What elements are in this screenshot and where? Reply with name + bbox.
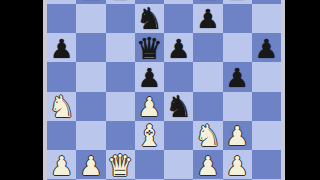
square-d5: ♟ [135,62,164,91]
square-f5 [193,62,222,91]
square-h5 [252,62,281,91]
square-e4: ♞ [164,92,193,121]
square-f8: ♜ [193,0,222,4]
square-b8: ♜ [76,0,105,4]
square-b5 [76,62,105,91]
square-g6 [223,33,252,62]
board-frame: ♜♝♜♚♞♟♟♛♟♟♟♟♞♟♞♝♞♟♟♟♛♟♟ [43,0,285,180]
square-b2: ♟ [76,150,105,179]
chess-board: ♜♝♜♚♞♟♟♛♟♟♟♟♞♟♞♝♞♟♟♟♛♟♟ [47,0,281,180]
square-d2 [135,150,164,179]
square-a7 [47,4,76,33]
black-pawn-e6: ♟ [167,36,190,62]
square-g7 [223,4,252,33]
square-e1 [164,179,193,180]
square-a3 [47,121,76,150]
square-g8: ♚ [223,0,252,4]
square-c3 [106,121,135,150]
white-queen-c2: ♛ [107,151,134,180]
square-a5 [47,62,76,91]
white-pawn-b2: ♟ [79,153,102,179]
white-pawn-g2: ♟ [225,153,248,179]
square-f6 [193,33,222,62]
black-rook-b8: ♜ [77,0,104,5]
square-d1 [135,179,164,180]
square-g2: ♟ [223,150,252,179]
square-c7 [106,4,135,33]
square-f3: ♞ [193,121,222,150]
black-pawn-a6: ♟ [50,36,73,62]
square-b7 [76,4,105,33]
square-h4 [252,92,281,121]
square-h6: ♟ [252,33,281,62]
square-c5 [106,62,135,91]
square-b6 [76,33,105,62]
square-c8: ♝ [106,0,135,4]
white-knight-f3: ♞ [194,121,221,151]
square-e2 [164,150,193,179]
white-pawn-f2: ♟ [196,153,219,179]
square-h7 [252,4,281,33]
video-frame: ♜♝♜♚♞♟♟♛♟♟♟♟♞♟♞♝♞♟♟♟♛♟♟ [0,0,320,180]
black-queen-d6: ♛ [136,34,163,64]
square-e5 [164,62,193,91]
white-pawn-a2: ♟ [50,153,73,179]
square-a4: ♞ [47,92,76,121]
black-pawn-f7: ♟ [196,6,219,32]
white-pawn-d4: ♟ [138,94,161,120]
square-f7: ♟ [193,4,222,33]
square-d3: ♝ [135,121,164,150]
square-h2 [252,150,281,179]
square-e3 [164,121,193,150]
black-king-g8: ♚ [224,0,251,5]
square-e7 [164,4,193,33]
black-bishop-c8: ♝ [107,0,134,5]
white-bishop-d3: ♝ [136,121,163,151]
square-g5: ♟ [223,62,252,91]
square-b4 [76,92,105,121]
black-knight-e4: ♞ [165,92,192,122]
square-d6: ♛ [135,33,164,62]
square-g3: ♟ [223,121,252,150]
square-g4 [223,92,252,121]
square-d4: ♟ [135,92,164,121]
letterbox-left [0,0,43,180]
black-pawn-g5: ♟ [225,65,248,91]
square-h1 [252,179,281,180]
square-h3 [252,121,281,150]
white-knight-a4: ♞ [48,92,75,122]
letterbox-right [285,0,320,180]
square-c2: ♛ [106,150,135,179]
square-f4 [193,92,222,121]
white-pawn-g3: ♟ [225,123,248,149]
square-b3 [76,121,105,150]
square-f2: ♟ [193,150,222,179]
square-a2: ♟ [47,150,76,179]
square-a6: ♟ [47,33,76,62]
square-c6 [106,33,135,62]
black-pawn-h6: ♟ [255,36,278,62]
square-e6: ♟ [164,33,193,62]
square-d7: ♞ [135,4,164,33]
black-pawn-d5: ♟ [138,65,161,91]
square-c4 [106,92,135,121]
